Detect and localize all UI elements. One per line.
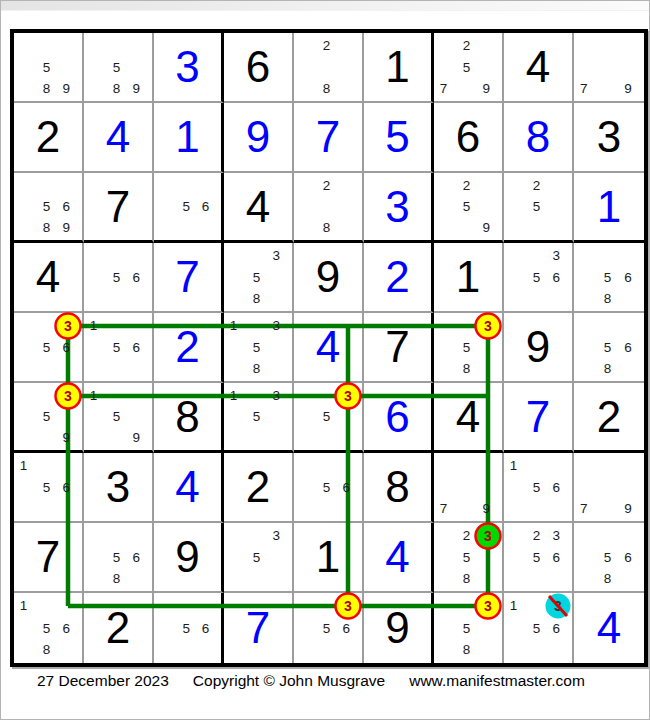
pencil-mark: 2 — [533, 179, 541, 193]
cell-r8c8: 2356 — [504, 523, 574, 593]
pencil-mark: 8 — [253, 292, 261, 306]
pencil-mark: 8 — [43, 82, 51, 96]
footer: 27 December 2023Copyright © John Musgrav… — [37, 672, 609, 690]
cell-r1c1: 589 — [14, 33, 84, 103]
cell-r8c7: 2358 — [434, 523, 504, 593]
solved-digit: 2 — [154, 313, 221, 381]
cell-r7c1: 156 — [14, 453, 84, 523]
cell-r9c6: 9 — [364, 593, 434, 663]
pencil-mark: 6 — [624, 551, 632, 565]
cell-r3c5: 28 — [294, 173, 364, 243]
window-top-strip — [1, 1, 649, 11]
solved-digit: 4 — [364, 523, 431, 591]
cell-r6c6: 6 — [364, 383, 434, 453]
cell-r2c9: 3 — [574, 103, 644, 173]
pencil-mark: 3 — [63, 389, 71, 403]
given-digit: 8 — [364, 453, 431, 521]
pencil-mark: 3 — [273, 389, 281, 403]
pencil-mark: 5 — [533, 622, 541, 636]
cell-r7c8: 156 — [504, 453, 574, 523]
solved-digit: 7 — [154, 243, 221, 311]
cell-r8c1: 7 — [14, 523, 84, 593]
pencil-mark: 6 — [624, 341, 632, 355]
cell-r3c3: 56 — [154, 173, 224, 243]
pencil-mark: 9 — [63, 431, 71, 445]
pencil-mark: 3 — [483, 529, 491, 543]
cell-r3c1: 5689 — [14, 173, 84, 243]
given-digit: 4 — [504, 33, 572, 101]
pencil-mark: 5 — [182, 200, 190, 214]
cell-r8c5: 1 — [294, 523, 364, 593]
pencil-mark: 9 — [133, 82, 141, 96]
footer-website: www.manifestmaster.com — [409, 672, 585, 689]
given-digit: 8 — [154, 383, 221, 450]
given-digit: 2 — [84, 593, 152, 663]
cell-r1c8: 4 — [504, 33, 574, 103]
pencil-mark: 5 — [533, 271, 541, 285]
footer-date: 27 December 2023 — [37, 672, 169, 689]
cell-r7c3: 4 — [154, 453, 224, 523]
pencil-mark: 9 — [483, 221, 491, 235]
pencil-mark: 7 — [440, 502, 448, 516]
pencil-mark: 5 — [253, 341, 261, 355]
pencil-mark: 1 — [230, 389, 238, 403]
cell-r2c3: 1 — [154, 103, 224, 173]
pencil-mark: 1 — [510, 600, 518, 614]
pencil-mark: 5 — [113, 410, 121, 424]
pencil-mark: 5 — [323, 481, 331, 495]
given-digit: 7 — [14, 523, 82, 591]
pencil-mark: 2 — [323, 39, 331, 53]
cell-r9c8: 1356 — [504, 593, 574, 663]
cell-r5c8: 9 — [504, 313, 574, 383]
pencil-mark: 5 — [113, 271, 121, 285]
pencil-mark: 2 — [533, 529, 541, 543]
cell-r9c9: 4 — [574, 593, 644, 663]
solved-digit: 4 — [294, 313, 362, 381]
cell-r3c8: 25 — [504, 173, 574, 243]
cell-r2c8: 8 — [504, 103, 574, 173]
pencil-mark: 5 — [604, 551, 612, 565]
cell-r7c7: 79 — [434, 453, 504, 523]
pencil-mark: 5 — [113, 61, 121, 75]
cell-r6c2: 159 — [84, 383, 154, 453]
cell-r5c9: 568 — [574, 313, 644, 383]
cell-r2c2: 4 — [84, 103, 154, 173]
cell-r6c4: 135 — [224, 383, 294, 453]
cell-r8c4: 35 — [224, 523, 294, 593]
cell-r4c3: 7 — [154, 243, 224, 313]
cell-r8c3: 9 — [154, 523, 224, 593]
pencil-mark: 3 — [273, 319, 281, 333]
pencil-mark: 5 — [463, 622, 471, 636]
cell-r9c5: 356 — [294, 593, 364, 663]
pencil-mark: 8 — [323, 221, 331, 235]
pencil-mark: 7 — [440, 82, 448, 96]
given-digit: 7 — [364, 313, 431, 381]
solved-digit: 1 — [154, 103, 221, 171]
cell-r1c7: 2579 — [434, 33, 504, 103]
pencil-mark: 3 — [553, 529, 561, 543]
given-digit: 4 — [14, 243, 82, 311]
pencil-mark: 8 — [463, 572, 471, 586]
pencil-mark: 7 — [580, 82, 588, 96]
given-digit: 1 — [364, 33, 431, 101]
cell-r6c3: 8 — [154, 383, 224, 453]
pencil-mark: 5 — [43, 410, 51, 424]
pencil-mark: 3 — [553, 249, 561, 263]
pencil-mark: 6 — [624, 271, 632, 285]
cell-r6c8: 7 — [504, 383, 574, 453]
cell-r4c2: 56 — [84, 243, 154, 313]
pencil-mark: 1 — [230, 319, 238, 333]
pencil-mark: 3 — [483, 600, 491, 614]
pencil-mark: 6 — [202, 200, 210, 214]
pencil-mark: 5 — [43, 200, 51, 214]
given-digit: 6 — [224, 33, 292, 101]
cell-r5c5: 4 — [294, 313, 364, 383]
cell-r3c9: 1 — [574, 173, 644, 243]
solved-digit: 7 — [294, 103, 362, 171]
cell-r6c5: 35 — [294, 383, 364, 453]
pencil-mark: 8 — [253, 362, 261, 376]
cell-r7c4: 2 — [224, 453, 294, 523]
pencil-mark: 8 — [604, 292, 612, 306]
pencil-mark: 3 — [63, 319, 71, 333]
given-digit: 4 — [434, 383, 502, 450]
cell-r4c8: 356 — [504, 243, 574, 313]
cell-r4c9: 568 — [574, 243, 644, 313]
pencil-mark: 6 — [133, 341, 141, 355]
given-digit: 2 — [224, 453, 292, 521]
cell-r5c1: 356 — [14, 313, 84, 383]
solved-digit: 9 — [224, 103, 292, 171]
cell-r6c9: 2 — [574, 383, 644, 453]
footer-copyright: Copyright © John Musgrave — [193, 672, 385, 689]
puzzle-page: 5895893628125794792419756835689756428325… — [0, 0, 650, 720]
pencil-mark: 5 — [463, 200, 471, 214]
pencil-mark: 6 — [63, 481, 71, 495]
pencil-mark: 8 — [43, 644, 51, 658]
cell-r3c4: 4 — [224, 173, 294, 243]
cell-r4c1: 4 — [14, 243, 84, 313]
pencil-mark: 5 — [253, 410, 261, 424]
pencil-mark: 3 — [553, 600, 561, 614]
pencil-mark: 6 — [553, 481, 561, 495]
pencil-mark: 6 — [343, 622, 351, 636]
pencil-mark: 5 — [323, 410, 331, 424]
pencil-mark: 5 — [43, 341, 51, 355]
cell-r4c5: 9 — [294, 243, 364, 313]
cell-r9c7: 358 — [434, 593, 504, 663]
solved-digit: 2 — [364, 243, 431, 311]
given-digit: 2 — [574, 383, 644, 450]
pencil-mark: 3 — [273, 249, 281, 263]
pencil-mark: 5 — [113, 341, 121, 355]
pencil-mark: 1 — [90, 389, 98, 403]
given-digit: 1 — [434, 243, 502, 311]
pencil-mark: 5 — [463, 341, 471, 355]
given-digit: 9 — [364, 593, 431, 663]
pencil-mark: 9 — [624, 502, 632, 516]
pencil-mark: 8 — [463, 362, 471, 376]
cell-r4c6: 2 — [364, 243, 434, 313]
cell-r6c7: 4 — [434, 383, 504, 453]
cell-r8c2: 568 — [84, 523, 154, 593]
cell-r4c7: 1 — [434, 243, 504, 313]
pencil-mark: 5 — [323, 622, 331, 636]
given-digit: 9 — [504, 313, 572, 381]
pencil-mark: 1 — [20, 459, 28, 473]
cell-r3c7: 259 — [434, 173, 504, 243]
cell-r7c5: 56 — [294, 453, 364, 523]
cell-r9c3: 56 — [154, 593, 224, 663]
pencil-mark: 5 — [182, 622, 190, 636]
cell-r6c1: 359 — [14, 383, 84, 453]
pencil-mark: 5 — [604, 341, 612, 355]
pencil-mark: 5 — [43, 61, 51, 75]
cell-r1c2: 589 — [84, 33, 154, 103]
pencil-mark: 6 — [202, 622, 210, 636]
solved-digit: 4 — [84, 103, 152, 171]
cell-r9c1: 1568 — [14, 593, 84, 663]
pencil-mark: 8 — [113, 572, 121, 586]
pencil-mark: 5 — [533, 200, 541, 214]
given-digit: 3 — [84, 453, 152, 521]
solved-digit: 3 — [364, 173, 431, 240]
pencil-mark: 5 — [533, 481, 541, 495]
pencil-mark: 1 — [20, 600, 28, 614]
pencil-mark: 8 — [43, 221, 51, 235]
solved-digit: 3 — [154, 33, 221, 101]
cell-r2c5: 7 — [294, 103, 364, 173]
pencil-mark: 1 — [90, 319, 98, 333]
given-digit: 3 — [574, 103, 644, 171]
cell-r1c6: 1 — [364, 33, 434, 103]
cell-r5c3: 2 — [154, 313, 224, 383]
pencil-mark: 9 — [483, 502, 491, 516]
solved-digit: 8 — [504, 103, 572, 171]
solved-digit: 7 — [224, 593, 292, 663]
pencil-mark: 5 — [463, 551, 471, 565]
pencil-mark: 5 — [604, 271, 612, 285]
cell-r5c7: 358 — [434, 313, 504, 383]
pencil-mark: 6 — [343, 481, 351, 495]
pencil-mark: 8 — [604, 362, 612, 376]
cell-r2c1: 2 — [14, 103, 84, 173]
pencil-mark: 5 — [253, 551, 261, 565]
cell-r7c9: 79 — [574, 453, 644, 523]
pencil-mark: 2 — [463, 529, 471, 543]
pencil-mark: 9 — [133, 431, 141, 445]
pencil-mark: 9 — [63, 82, 71, 96]
cell-r4c4: 358 — [224, 243, 294, 313]
pencil-mark: 3 — [273, 529, 281, 543]
pencil-mark: 6 — [133, 551, 141, 565]
cell-r1c4: 6 — [224, 33, 294, 103]
cell-r1c9: 79 — [574, 33, 644, 103]
given-digit: 6 — [434, 103, 502, 171]
pencil-mark: 8 — [323, 82, 331, 96]
cell-r2c7: 6 — [434, 103, 504, 173]
solved-digit: 7 — [504, 383, 572, 450]
pencil-mark: 6 — [553, 551, 561, 565]
solved-digit: 1 — [574, 173, 644, 240]
cell-r9c2: 2 — [84, 593, 154, 663]
given-digit: 4 — [224, 173, 292, 240]
cell-r9c4: 7 — [224, 593, 294, 663]
cell-r5c6: 7 — [364, 313, 434, 383]
cell-r2c4: 9 — [224, 103, 294, 173]
given-digit: 9 — [154, 523, 221, 591]
pencil-mark: 3 — [483, 319, 491, 333]
given-digit: 1 — [294, 523, 362, 591]
solved-digit: 6 — [364, 383, 431, 450]
pencil-mark: 9 — [63, 221, 71, 235]
cell-r7c2: 3 — [84, 453, 154, 523]
pencil-mark: 6 — [63, 200, 71, 214]
pencil-mark: 8 — [604, 572, 612, 586]
pencil-mark: 3 — [343, 600, 351, 614]
cell-r3c2: 7 — [84, 173, 154, 243]
cell-r5c4: 1358 — [224, 313, 294, 383]
pencil-mark: 5 — [113, 551, 121, 565]
solved-digit: 5 — [364, 103, 431, 171]
sudoku-board: 5895893628125794792419756835689756428325… — [10, 29, 648, 667]
given-digit: 7 — [84, 173, 152, 240]
solved-digit: 4 — [154, 453, 221, 521]
cell-r8c9: 568 — [574, 523, 644, 593]
pencil-mark: 8 — [463, 644, 471, 658]
pencil-mark: 6 — [133, 271, 141, 285]
given-digit: 9 — [294, 243, 362, 311]
cell-r8c6: 4 — [364, 523, 434, 593]
pencil-mark: 5 — [43, 481, 51, 495]
pencil-mark: 6 — [553, 271, 561, 285]
pencil-mark: 3 — [343, 389, 351, 403]
cell-r3c6: 3 — [364, 173, 434, 243]
pencil-mark: 9 — [624, 82, 632, 96]
pencil-mark: 5 — [533, 551, 541, 565]
cell-r5c2: 156 — [84, 313, 154, 383]
pencil-mark: 6 — [553, 622, 561, 636]
cell-r1c5: 28 — [294, 33, 364, 103]
cell-r7c6: 8 — [364, 453, 434, 523]
given-digit: 2 — [14, 103, 82, 171]
pencil-mark: 2 — [463, 179, 471, 193]
solved-digit: 4 — [574, 593, 644, 663]
cell-r1c3: 3 — [154, 33, 224, 103]
pencil-mark: 9 — [483, 82, 491, 96]
pencil-mark: 2 — [463, 39, 471, 53]
pencil-mark: 1 — [510, 459, 518, 473]
pencil-mark: 5 — [43, 622, 51, 636]
pencil-mark: 6 — [63, 622, 71, 636]
cell-r2c6: 5 — [364, 103, 434, 173]
pencil-mark: 6 — [63, 341, 71, 355]
pencil-mark: 5 — [253, 271, 261, 285]
pencil-mark: 2 — [323, 179, 331, 193]
pencil-mark: 5 — [463, 61, 471, 75]
pencil-mark: 7 — [580, 502, 588, 516]
pencil-mark: 8 — [113, 82, 121, 96]
